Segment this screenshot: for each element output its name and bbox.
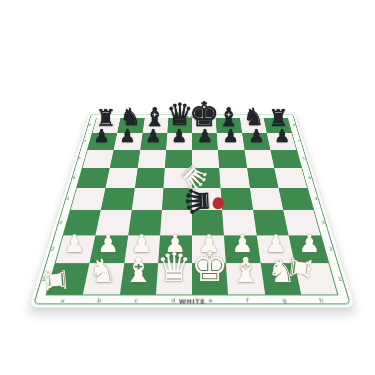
square-f6 (218, 150, 247, 168)
left-rank-label-2: 2 (50, 247, 55, 252)
left-rank-label-4: 4 (65, 197, 69, 201)
square-d6 (165, 150, 192, 168)
left-rank-label-3: 3 (58, 220, 63, 224)
scene: BLACK WHITE abcdefgh1122334455667788 ♜♞♝… (0, 0, 375, 375)
left-rank-label-5: 5 (72, 176, 76, 180)
right-rank-label-3: 3 (321, 220, 326, 224)
square-b4 (101, 188, 134, 210)
square-f7 (217, 133, 244, 150)
file-label-b: b (97, 297, 102, 303)
square-e5 (192, 168, 221, 188)
square-f2 (224, 235, 260, 263)
white-side-label: WHITE (179, 298, 206, 304)
square-a5 (77, 168, 110, 188)
square-f8 (216, 118, 242, 133)
right-rank-label-6: 6 (302, 157, 306, 160)
right-rank-label-4: 4 (314, 197, 318, 201)
square-b3 (96, 210, 132, 235)
square-d3 (160, 210, 192, 235)
square-a4 (71, 188, 106, 210)
right-rank-label-7: 7 (297, 140, 301, 143)
board-frame: BLACK WHITE abcdefgh1122334455667788 (29, 113, 355, 308)
square-g7 (242, 133, 270, 150)
left-rank-label-1: 1 (41, 276, 47, 282)
square-b7 (114, 133, 142, 150)
square-c7 (140, 133, 167, 150)
chess-board: BLACK WHITE abcdefgh1122334455667788 (29, 113, 355, 308)
square-b1 (83, 263, 124, 295)
square-d8 (167, 118, 192, 133)
file-label-a: a (60, 297, 65, 303)
square-h7 (267, 133, 297, 150)
square-h2 (288, 235, 328, 263)
file-label-e: e (208, 297, 212, 303)
square-b8 (117, 118, 144, 133)
square-c4 (131, 188, 163, 210)
square-a7 (88, 133, 118, 150)
square-f3 (222, 210, 256, 235)
square-b5 (106, 168, 138, 188)
right-rank-label-2: 2 (329, 247, 334, 252)
square-h8 (263, 118, 291, 133)
square-h5 (274, 168, 307, 188)
square-e2 (192, 235, 226, 263)
file-label-h: h (319, 297, 325, 303)
square-e1 (192, 263, 228, 295)
square-g8 (240, 118, 267, 133)
square-d5 (163, 168, 192, 188)
square-e7 (192, 133, 218, 150)
square-g5 (247, 168, 279, 188)
square-h1 (294, 263, 337, 295)
square-f4 (221, 188, 253, 210)
square-h6 (270, 150, 301, 168)
left-rank-label-8: 8 (88, 124, 92, 127)
right-rank-label-1: 1 (337, 276, 343, 282)
square-a6 (83, 150, 114, 168)
playfield (45, 118, 338, 296)
square-d1 (156, 263, 192, 295)
file-label-c: c (134, 297, 138, 303)
left-rank-label-6: 6 (78, 157, 82, 160)
square-e4 (192, 188, 222, 210)
square-c6 (137, 150, 166, 168)
left-rank-label-7: 7 (83, 140, 87, 143)
black-side-label: BLACK (183, 116, 200, 119)
square-c5 (134, 168, 164, 188)
square-h3 (283, 210, 320, 235)
right-rank-label-8: 8 (292, 124, 296, 127)
square-h4 (278, 188, 313, 210)
square-d4 (162, 188, 192, 210)
square-c2 (124, 235, 160, 263)
right-rank-label-5: 5 (308, 176, 312, 180)
square-b6 (110, 150, 140, 168)
square-e3 (192, 210, 224, 235)
file-label-g: g (282, 297, 287, 303)
file-label-d: d (171, 297, 175, 303)
square-g6 (244, 150, 274, 168)
square-d2 (158, 235, 192, 263)
file-label-f: f (246, 297, 249, 303)
square-c8 (142, 118, 168, 133)
square-a8 (92, 118, 120, 133)
square-c1 (119, 263, 158, 295)
square-e6 (192, 150, 219, 168)
square-d7 (166, 133, 192, 150)
square-e8 (192, 118, 217, 133)
square-b2 (90, 235, 128, 263)
square-c3 (128, 210, 162, 235)
square-g4 (250, 188, 283, 210)
square-f5 (219, 168, 249, 188)
square-f1 (226, 263, 265, 295)
